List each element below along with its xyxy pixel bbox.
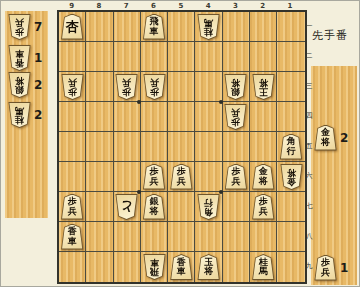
board-square-1二[interactable] bbox=[277, 42, 304, 72]
piece-kanji: 歩兵 bbox=[62, 75, 83, 99]
board-square-9六[interactable] bbox=[59, 162, 86, 192]
shogi-piece-gote[interactable]: 銀将 bbox=[224, 74, 247, 100]
board-square-2四[interactable] bbox=[250, 102, 277, 132]
board-square-4五[interactable] bbox=[195, 132, 222, 162]
shogi-app-window: 歩兵7香車1銀将2桂馬2 先手番 金将2歩兵1 987654321 杏飛車桂馬歩… bbox=[0, 0, 360, 287]
board-square-4七[interactable]: 角行 bbox=[195, 192, 222, 222]
board-square-2二[interactable] bbox=[250, 42, 277, 72]
shogi-piece-sente[interactable]: 歩兵 bbox=[314, 255, 337, 281]
board-square-9五[interactable] bbox=[59, 132, 86, 162]
board-square-3三[interactable]: 銀将 bbox=[223, 72, 250, 102]
board-square-9四[interactable] bbox=[59, 102, 86, 132]
file-label: 1 bbox=[276, 2, 303, 10]
shogi-piece-sente[interactable]: 香車 bbox=[61, 224, 84, 250]
board-square-6三[interactable]: 歩兵 bbox=[141, 72, 168, 102]
rank-label: 八 bbox=[305, 221, 313, 251]
piece-kanji: 飛車 bbox=[144, 15, 165, 39]
piece-kanji: と bbox=[116, 195, 137, 219]
shogi-piece-gote[interactable]: 飛車 bbox=[143, 254, 166, 280]
file-label: 3 bbox=[222, 2, 249, 10]
shogi-piece-sente[interactable]: 杏 bbox=[61, 14, 84, 40]
piece-kanji: 桂馬 bbox=[9, 103, 30, 127]
shogi-piece-gote[interactable]: 歩兵 bbox=[61, 74, 84, 100]
board-square-3六[interactable]: 歩兵 bbox=[223, 162, 250, 192]
shogi-piece-gote[interactable]: 銀将 bbox=[8, 72, 31, 98]
piece-kanji: 金将 bbox=[253, 165, 274, 189]
gote-hand-4: 桂馬2 bbox=[8, 101, 48, 128]
board-square-7一[interactable] bbox=[114, 12, 141, 42]
piece-kanji: 金将 bbox=[281, 165, 302, 189]
gote-hand-3: 銀将2 bbox=[8, 71, 48, 98]
piece-kanji: 香車 bbox=[171, 255, 192, 279]
piece-kanji: 金将 bbox=[315, 126, 336, 150]
shogi-piece-gote[interactable]: 王将 bbox=[252, 74, 275, 100]
board-square-4一[interactable]: 桂馬 bbox=[195, 12, 222, 42]
file-label: 8 bbox=[85, 2, 112, 10]
board-square-7二[interactable] bbox=[114, 42, 141, 72]
rank-label: 五 bbox=[305, 131, 313, 161]
board-square-1八[interactable] bbox=[277, 222, 304, 252]
piece-kanji: 歩兵 bbox=[225, 165, 246, 189]
board-square-9三[interactable]: 歩兵 bbox=[59, 72, 86, 102]
shogi-piece-gote[interactable]: 歩兵 bbox=[8, 14, 31, 40]
board-square-5二[interactable] bbox=[168, 42, 195, 72]
board-square-1六[interactable]: 金将 bbox=[277, 162, 304, 192]
board-square-1七[interactable] bbox=[277, 192, 304, 222]
shogi-piece-gote[interactable]: 金将 bbox=[280, 164, 303, 190]
piece-kanji: 香車 bbox=[9, 46, 30, 70]
board-square-6五[interactable] bbox=[141, 132, 168, 162]
file-label: 2 bbox=[249, 2, 276, 10]
file-labels: 987654321 bbox=[58, 2, 304, 10]
rank-label: 六 bbox=[305, 161, 313, 191]
board-square-7五[interactable] bbox=[114, 132, 141, 162]
rank-label: 一 bbox=[305, 11, 313, 41]
piece-kanji: 歩兵 bbox=[144, 165, 165, 189]
shogi-piece-gote[interactable]: 桂馬 bbox=[8, 102, 31, 128]
board-square-2一[interactable] bbox=[250, 12, 277, 42]
shogi-piece-sente[interactable]: 玉将 bbox=[197, 254, 220, 280]
board-square-6二[interactable] bbox=[141, 42, 168, 72]
piece-kanji: 銀将 bbox=[9, 73, 30, 97]
shogi-piece-sente[interactable]: 銀将 bbox=[143, 194, 166, 220]
board-square-8九[interactable] bbox=[86, 252, 113, 282]
board-square-2八[interactable] bbox=[250, 222, 277, 252]
file-label: 7 bbox=[113, 2, 140, 10]
rank-label: 四 bbox=[305, 101, 313, 131]
board-square-6八[interactable] bbox=[141, 222, 168, 252]
board-square-6九[interactable]: 飛車 bbox=[141, 252, 168, 282]
gote-hand-1: 歩兵7 bbox=[8, 13, 48, 40]
shogi-piece-gote[interactable]: 歩兵 bbox=[143, 74, 166, 100]
shogi-piece-sente[interactable]: 歩兵 bbox=[61, 194, 84, 220]
board-square-1三[interactable] bbox=[277, 72, 304, 102]
board-square-4九[interactable]: 玉将 bbox=[195, 252, 222, 282]
piece-kanji: 銀将 bbox=[144, 195, 165, 219]
board-square-6一[interactable]: 飛車 bbox=[141, 12, 168, 42]
board-square-5四[interactable] bbox=[168, 102, 195, 132]
board-square-3九[interactable] bbox=[223, 252, 250, 282]
board-square-7七[interactable]: と bbox=[114, 192, 141, 222]
piece-kanji: 銀将 bbox=[225, 75, 246, 99]
piece-kanji: 桂馬 bbox=[198, 15, 219, 39]
shogi-piece-sente[interactable]: 金将 bbox=[252, 164, 275, 190]
board-square-2六[interactable]: 金将 bbox=[250, 162, 277, 192]
board-square-4四[interactable] bbox=[195, 102, 222, 132]
piece-kanji: 歩兵 bbox=[225, 105, 246, 129]
board-square-4六[interactable] bbox=[195, 162, 222, 192]
rank-label: 九 bbox=[305, 251, 313, 281]
board-square-9二[interactable] bbox=[59, 42, 86, 72]
piece-kanji: 歩兵 bbox=[315, 256, 336, 280]
star-point bbox=[219, 190, 223, 194]
shogi-piece-gote[interactable]: 香車 bbox=[8, 45, 31, 71]
board-square-8三[interactable] bbox=[86, 72, 113, 102]
board-square-7九[interactable] bbox=[114, 252, 141, 282]
hand-piece-count: 1 bbox=[34, 51, 42, 65]
shogi-piece-gote[interactable]: 角行 bbox=[197, 194, 220, 220]
shogi-piece-sente[interactable]: 歩兵 bbox=[224, 164, 247, 190]
piece-kanji: 歩兵 bbox=[171, 165, 192, 189]
sente-hand-1: 金将2 bbox=[314, 124, 354, 151]
rank-label: 三 bbox=[305, 71, 313, 101]
piece-kanji: 歩兵 bbox=[62, 195, 83, 219]
board-square-9一[interactable]: 杏 bbox=[59, 12, 86, 42]
board-square-6四[interactable] bbox=[141, 102, 168, 132]
piece-kanji: 歩兵 bbox=[144, 75, 165, 99]
board-square-5五[interactable] bbox=[168, 132, 195, 162]
board-square-5三[interactable] bbox=[168, 72, 195, 102]
board-square-5九[interactable]: 香車 bbox=[168, 252, 195, 282]
star-point bbox=[219, 100, 223, 104]
hand-piece-count: 7 bbox=[34, 20, 42, 34]
shogi-piece-gote[interactable]: と bbox=[115, 194, 138, 220]
board-square-5八[interactable] bbox=[168, 222, 195, 252]
file-label: 4 bbox=[194, 2, 221, 10]
piece-kanji: 杏 bbox=[62, 15, 83, 39]
star-point bbox=[137, 100, 141, 104]
board-square-2三[interactable]: 王将 bbox=[250, 72, 277, 102]
shogi-piece-sente[interactable]: 桂馬 bbox=[252, 254, 275, 280]
board-square-7四[interactable] bbox=[114, 102, 141, 132]
sente-hand-tray: 金将2歩兵1 bbox=[311, 66, 357, 285]
board-square-6七[interactable]: 銀将 bbox=[141, 192, 168, 222]
piece-kanji: 飛車 bbox=[144, 255, 165, 279]
hand-piece-count: 2 bbox=[34, 108, 42, 122]
board-square-4三[interactable] bbox=[195, 72, 222, 102]
board-square-8八[interactable] bbox=[86, 222, 113, 252]
board-square-7三[interactable]: 歩兵 bbox=[114, 72, 141, 102]
shogi-piece-gote[interactable]: 歩兵 bbox=[115, 74, 138, 100]
board-square-7六[interactable] bbox=[114, 162, 141, 192]
board-square-7八[interactable] bbox=[114, 222, 141, 252]
board-square-5七[interactable] bbox=[168, 192, 195, 222]
rank-label: 二 bbox=[305, 41, 313, 71]
shogi-piece-sente[interactable]: 飛車 bbox=[143, 14, 166, 40]
rank-label: 七 bbox=[305, 191, 313, 221]
file-label: 5 bbox=[167, 2, 194, 10]
hand-piece-count: 1 bbox=[340, 261, 348, 275]
board-square-1一[interactable] bbox=[277, 12, 304, 42]
board-square-9九[interactable] bbox=[59, 252, 86, 282]
board-square-1九[interactable] bbox=[277, 252, 304, 282]
board-square-3四[interactable]: 歩兵 bbox=[223, 102, 250, 132]
board-square-6六[interactable]: 歩兵 bbox=[141, 162, 168, 192]
board-square-3八[interactable] bbox=[223, 222, 250, 252]
board-square-4八[interactable] bbox=[195, 222, 222, 252]
piece-kanji: 玉将 bbox=[198, 255, 219, 279]
shogi-piece-sente[interactable]: 歩兵 bbox=[252, 194, 275, 220]
board-square-8六[interactable] bbox=[86, 162, 113, 192]
piece-kanji: 歩兵 bbox=[253, 195, 274, 219]
board-square-9七[interactable]: 歩兵 bbox=[59, 192, 86, 222]
hand-piece-count: 2 bbox=[34, 78, 42, 92]
board-square-4二[interactable] bbox=[195, 42, 222, 72]
piece-kanji: 歩兵 bbox=[9, 15, 30, 39]
gote-hand-tray: 歩兵7香車1銀将2桂馬2 bbox=[5, 11, 48, 218]
board-square-1四[interactable] bbox=[277, 102, 304, 132]
piece-kanji: 王将 bbox=[253, 75, 274, 99]
shogi-piece-gote[interactable]: 歩兵 bbox=[224, 104, 247, 130]
shogi-board: 杏飛車桂馬歩兵歩兵歩兵銀将王将歩兵角行歩兵歩兵歩兵金将金将歩兵と銀将角行歩兵香車… bbox=[57, 10, 307, 284]
board-square-8四[interactable] bbox=[86, 102, 113, 132]
board-square-3二[interactable] bbox=[223, 42, 250, 72]
board-square-3一[interactable] bbox=[223, 12, 250, 42]
board-square-2五[interactable] bbox=[250, 132, 277, 162]
sente-hand-2: 歩兵1 bbox=[314, 254, 354, 281]
rank-labels: 一二三四五六七八九 bbox=[305, 11, 313, 281]
board-square-2七[interactable]: 歩兵 bbox=[250, 192, 277, 222]
piece-kanji: 角行 bbox=[281, 135, 302, 159]
board-square-8七[interactable] bbox=[86, 192, 113, 222]
board-square-2九[interactable]: 桂馬 bbox=[250, 252, 277, 282]
hand-piece-count: 2 bbox=[340, 131, 348, 145]
turn-indicator: 先手番 bbox=[312, 28, 358, 43]
board-square-1五[interactable]: 角行 bbox=[277, 132, 304, 162]
board-square-3七[interactable] bbox=[223, 192, 250, 222]
piece-kanji: 香車 bbox=[62, 225, 83, 249]
board-square-8一[interactable] bbox=[86, 12, 113, 42]
star-point bbox=[137, 190, 141, 194]
shogi-piece-gote[interactable]: 桂馬 bbox=[197, 14, 220, 40]
piece-kanji: 角行 bbox=[198, 195, 219, 219]
shogi-piece-sente[interactable]: 歩兵 bbox=[143, 164, 166, 190]
file-label: 6 bbox=[140, 2, 167, 10]
board-square-8五[interactable] bbox=[86, 132, 113, 162]
board-square-5六[interactable]: 歩兵 bbox=[168, 162, 195, 192]
board-square-8二[interactable] bbox=[86, 42, 113, 72]
gote-hand-2: 香車1 bbox=[8, 44, 48, 71]
board-square-5一[interactable] bbox=[168, 12, 195, 42]
shogi-piece-sente[interactable]: 角行 bbox=[280, 134, 303, 160]
file-label: 9 bbox=[58, 2, 85, 10]
board-square-3五[interactable] bbox=[223, 132, 250, 162]
piece-kanji: 歩兵 bbox=[116, 75, 137, 99]
shogi-piece-sente[interactable]: 香車 bbox=[170, 254, 193, 280]
shogi-piece-sente[interactable]: 歩兵 bbox=[170, 164, 193, 190]
board-square-9八[interactable]: 香車 bbox=[59, 222, 86, 252]
piece-kanji: 桂馬 bbox=[253, 255, 274, 279]
shogi-piece-sente[interactable]: 金将 bbox=[314, 125, 337, 151]
